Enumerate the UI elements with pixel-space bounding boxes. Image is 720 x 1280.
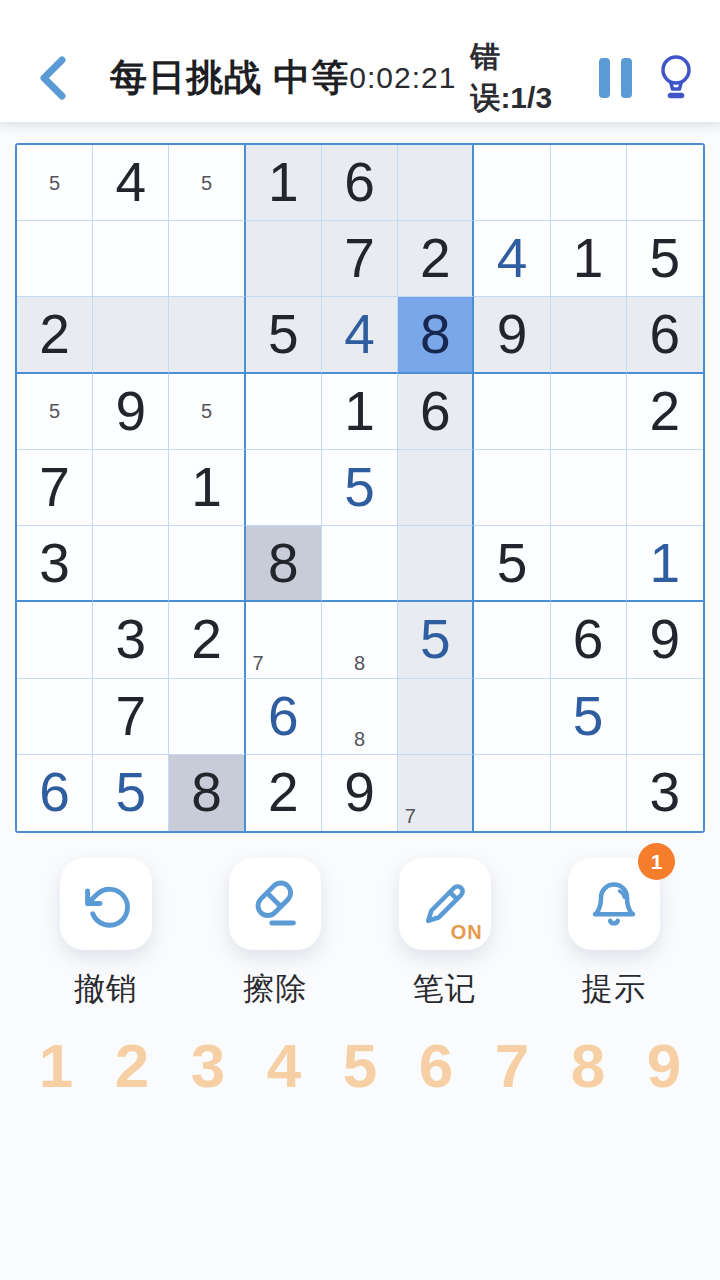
cell-r5c2[interactable] [93, 450, 169, 526]
numpad-3[interactable]: 3 [186, 1028, 230, 1104]
cell-r8c3[interactable] [169, 679, 245, 755]
cell-r8c8[interactable]: 5 [551, 679, 627, 755]
cell-r2c4[interactable] [246, 221, 322, 297]
cell-r9c7[interactable] [474, 755, 550, 831]
hint-badge: 1 [638, 843, 675, 880]
cell-r1c1[interactable]: 5 [17, 145, 93, 221]
cell-r3c3[interactable] [169, 297, 245, 373]
hint-label: 提示 [582, 968, 646, 1010]
erase-tool: 擦除 [225, 858, 325, 1010]
numpad-9[interactable]: 9 [642, 1028, 686, 1104]
cell-r2c8[interactable]: 1 [551, 221, 627, 297]
erase-label: 擦除 [243, 968, 307, 1010]
cell-r6c9[interactable]: 1 [627, 526, 703, 602]
cell-r1c5[interactable]: 6 [322, 145, 398, 221]
cell-r7c4[interactable]: 7 [246, 602, 322, 678]
cell-r2c5[interactable]: 7 [322, 221, 398, 297]
cell-r3c2[interactable] [93, 297, 169, 373]
undo-icon [80, 878, 132, 930]
undo-button[interactable] [60, 858, 152, 950]
cell-r4c8[interactable] [551, 374, 627, 450]
eraser-icon [249, 878, 301, 930]
cell-r5c9[interactable] [627, 450, 703, 526]
pause-button[interactable] [595, 54, 636, 102]
back-chevron-icon [36, 55, 70, 101]
note-r8c5-8: 8 [354, 729, 365, 749]
cell-r5c4[interactable] [246, 450, 322, 526]
note-r9c6-7: 7 [405, 806, 416, 826]
numpad-4[interactable]: 4 [262, 1028, 306, 1104]
numpad: 123456789 [0, 1028, 720, 1104]
header-bar: 每日挑战 中等 0:02:21 错误:1/3 [0, 0, 720, 122]
note-r4c3-5: 5 [201, 401, 212, 421]
numpad-6[interactable]: 6 [414, 1028, 458, 1104]
cell-r1c3[interactable]: 5 [169, 145, 245, 221]
cell-r7c3[interactable]: 2 [169, 602, 245, 678]
cell-r9c4[interactable]: 2 [246, 755, 322, 831]
undo-label: 撤销 [74, 968, 138, 1010]
cell-r8c7[interactable] [474, 679, 550, 755]
cell-r9c2[interactable]: 5 [93, 755, 169, 831]
sudoku-grid: 5451672415254896595162715385132785697685… [15, 143, 705, 833]
cell-r1c7[interactable] [474, 145, 550, 221]
notes-label: 笔记 [413, 968, 477, 1010]
cell-r7c7[interactable] [474, 602, 550, 678]
back-button[interactable] [36, 55, 70, 101]
numpad-5[interactable]: 5 [338, 1028, 382, 1104]
cell-r1c4[interactable]: 1 [246, 145, 322, 221]
cell-r9c1[interactable]: 6 [17, 755, 93, 831]
notes-button[interactable]: ON [399, 858, 491, 950]
cell-r1c9[interactable] [627, 145, 703, 221]
cell-r9c5[interactable]: 9 [322, 755, 398, 831]
cell-r5c5[interactable]: 5 [322, 450, 398, 526]
cell-r6c3[interactable] [169, 526, 245, 602]
cell-r5c7[interactable] [474, 450, 550, 526]
cell-r9c3[interactable]: 8 [169, 755, 245, 831]
cell-r8c9[interactable] [627, 679, 703, 755]
cell-r2c2[interactable] [93, 221, 169, 297]
cell-r1c6[interactable] [398, 145, 474, 221]
notes-tool: ON 笔记 [395, 858, 495, 1010]
cell-r4c5[interactable]: 1 [322, 374, 398, 450]
cell-r3c8[interactable] [551, 297, 627, 373]
cell-r5c6[interactable] [398, 450, 474, 526]
cell-r7c9[interactable]: 9 [627, 602, 703, 678]
hint-tool: 1 提示 [564, 858, 664, 1010]
cell-r9c6[interactable]: 7 [398, 755, 474, 831]
cell-r2c7[interactable]: 4 [474, 221, 550, 297]
cell-r2c6[interactable]: 2 [398, 221, 474, 297]
cell-r5c3[interactable]: 1 [169, 450, 245, 526]
cell-r4c4[interactable] [246, 374, 322, 450]
cell-r3c5[interactable]: 4 [322, 297, 398, 373]
cell-r6c1[interactable]: 3 [17, 526, 93, 602]
cell-r7c2[interactable]: 3 [93, 602, 169, 678]
cell-r8c5[interactable]: 8 [322, 679, 398, 755]
pause-icon [599, 58, 610, 98]
cell-r8c4[interactable]: 6 [246, 679, 322, 755]
numpad-2[interactable]: 2 [110, 1028, 154, 1104]
toolbar: 撤销 擦除 ON 笔记 [0, 858, 720, 1010]
cell-r6c7[interactable]: 5 [474, 526, 550, 602]
cell-r6c5[interactable] [322, 526, 398, 602]
numpad-8[interactable]: 8 [566, 1028, 610, 1104]
cell-r4c1[interactable]: 5 [17, 374, 93, 450]
erase-button[interactable] [229, 858, 321, 950]
cell-r2c1[interactable] [17, 221, 93, 297]
cell-r3c4[interactable]: 5 [246, 297, 322, 373]
cell-r7c1[interactable] [17, 602, 93, 678]
cell-r4c9[interactable]: 2 [627, 374, 703, 450]
cell-r9c9[interactable]: 3 [627, 755, 703, 831]
cell-r2c9[interactable]: 5 [627, 221, 703, 297]
cell-r4c6[interactable]: 6 [398, 374, 474, 450]
cell-r5c1[interactable]: 7 [17, 450, 93, 526]
note-r4c1-5: 5 [49, 401, 60, 421]
bell-icon [588, 878, 640, 930]
cell-r3c1[interactable]: 2 [17, 297, 93, 373]
undo-tool: 撤销 [56, 858, 156, 1010]
cell-r4c3[interactable]: 5 [169, 374, 245, 450]
cell-r8c1[interactable] [17, 679, 93, 755]
cell-r3c6[interactable]: 8 [398, 297, 474, 373]
lightbulb-icon [654, 53, 698, 103]
cell-r1c8[interactable] [551, 145, 627, 221]
cell-r4c7[interactable] [474, 374, 550, 450]
cell-r1c2[interactable]: 4 [93, 145, 169, 221]
numpad-7[interactable]: 7 [490, 1028, 534, 1104]
note-r1c3-5: 5 [201, 173, 212, 193]
cell-r6c2[interactable] [93, 526, 169, 602]
cell-r5c8[interactable] [551, 450, 627, 526]
note-r7c4-7: 7 [252, 653, 263, 673]
page-title: 每日挑战 中等 [110, 53, 349, 103]
cell-r6c6[interactable] [398, 526, 474, 602]
cell-r4c2[interactable]: 9 [93, 374, 169, 450]
cell-r2c3[interactable] [169, 221, 245, 297]
cell-r3c9[interactable]: 6 [627, 297, 703, 373]
note-r1c1-5: 5 [49, 173, 60, 193]
cell-r7c8[interactable]: 6 [551, 602, 627, 678]
cell-r8c6[interactable] [398, 679, 474, 755]
cell-r7c6[interactable]: 5 [398, 602, 474, 678]
error-counter: 错误:1/3 [470, 37, 573, 119]
cell-r9c8[interactable] [551, 755, 627, 831]
hint-button[interactable]: 1 [568, 858, 660, 950]
theme-button[interactable] [652, 51, 700, 105]
cell-r6c4[interactable]: 8 [246, 526, 322, 602]
note-r7c5-8: 8 [354, 653, 365, 673]
cell-r6c8[interactable] [551, 526, 627, 602]
cell-r3c7[interactable]: 9 [474, 297, 550, 373]
timer: 0:02:21 [349, 61, 456, 95]
numpad-1[interactable]: 1 [34, 1028, 78, 1104]
cell-r8c2[interactable]: 7 [93, 679, 169, 755]
cell-r7c5[interactable]: 8 [322, 602, 398, 678]
notes-on-indicator: ON [451, 921, 483, 944]
